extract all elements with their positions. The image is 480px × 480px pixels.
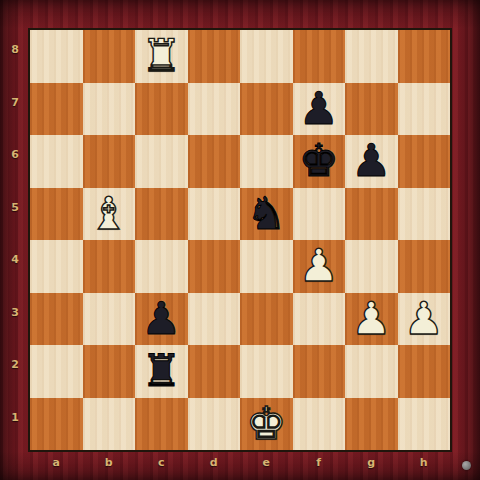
square-g3[interactable]: ♟: [345, 293, 398, 346]
square-d7[interactable]: [188, 83, 241, 136]
square-b3[interactable]: [83, 293, 136, 346]
square-a5[interactable]: [30, 188, 83, 241]
square-b8[interactable]: [83, 30, 136, 83]
rank-label-4: 4: [0, 253, 30, 266]
file-label-d: d: [188, 456, 241, 476]
square-h6[interactable]: [398, 135, 451, 188]
piece-black-knight[interactable]: ♞: [246, 188, 286, 241]
square-d3[interactable]: [188, 293, 241, 346]
square-c2[interactable]: ♜: [135, 345, 188, 398]
corner-marker-dot: [462, 461, 471, 470]
rank-label-8: 8: [0, 43, 30, 56]
square-b2[interactable]: [83, 345, 136, 398]
file-label-e: e: [240, 456, 293, 476]
square-f3[interactable]: [293, 293, 346, 346]
square-f8[interactable]: [293, 30, 346, 83]
square-b6[interactable]: [83, 135, 136, 188]
piece-white-pawn[interactable]: ♟: [404, 293, 444, 346]
file-label-h: h: [398, 456, 451, 476]
file-label-b: b: [83, 456, 136, 476]
piece-black-pawn[interactable]: ♟: [141, 293, 181, 346]
square-c5[interactable]: [135, 188, 188, 241]
square-b1[interactable]: [83, 398, 136, 451]
square-e6[interactable]: [240, 135, 293, 188]
square-f5[interactable]: [293, 188, 346, 241]
square-g5[interactable]: [345, 188, 398, 241]
file-label-c: c: [135, 456, 188, 476]
square-d4[interactable]: [188, 240, 241, 293]
square-e7[interactable]: [240, 83, 293, 136]
piece-white-pawn[interactable]: ♟: [299, 240, 339, 293]
square-a2[interactable]: [30, 345, 83, 398]
square-c3[interactable]: ♟: [135, 293, 188, 346]
square-h8[interactable]: [398, 30, 451, 83]
square-c4[interactable]: [135, 240, 188, 293]
square-g6[interactable]: ♟: [345, 135, 398, 188]
square-d2[interactable]: [188, 345, 241, 398]
square-c7[interactable]: [135, 83, 188, 136]
chess-board-frame: ♜♟♚♟♝♞♟♟♟♟♜♚ 87654321 abcdefgh: [0, 0, 480, 480]
square-a3[interactable]: [30, 293, 83, 346]
square-h5[interactable]: [398, 188, 451, 241]
square-f2[interactable]: [293, 345, 346, 398]
square-g4[interactable]: [345, 240, 398, 293]
square-e5[interactable]: ♞: [240, 188, 293, 241]
rank-label-5: 5: [0, 201, 30, 214]
square-a1[interactable]: [30, 398, 83, 451]
piece-white-pawn[interactable]: ♟: [351, 293, 391, 346]
square-h3[interactable]: ♟: [398, 293, 451, 346]
rank-label-2: 2: [0, 358, 30, 371]
rank-label-6: 6: [0, 148, 30, 161]
square-g7[interactable]: [345, 83, 398, 136]
square-e2[interactable]: [240, 345, 293, 398]
square-b7[interactable]: [83, 83, 136, 136]
chess-board: ♜♟♚♟♝♞♟♟♟♟♜♚: [30, 30, 450, 450]
square-a7[interactable]: [30, 83, 83, 136]
square-f6[interactable]: ♚: [293, 135, 346, 188]
square-g1[interactable]: [345, 398, 398, 451]
square-f1[interactable]: [293, 398, 346, 451]
piece-black-king[interactable]: ♚: [299, 135, 339, 188]
square-d8[interactable]: [188, 30, 241, 83]
square-f4[interactable]: ♟: [293, 240, 346, 293]
square-d1[interactable]: [188, 398, 241, 451]
square-a8[interactable]: [30, 30, 83, 83]
square-d6[interactable]: [188, 135, 241, 188]
rank-label-3: 3: [0, 306, 30, 319]
file-label-a: a: [30, 456, 83, 476]
square-e8[interactable]: [240, 30, 293, 83]
file-label-f: f: [293, 456, 346, 476]
piece-black-rook[interactable]: ♜: [141, 345, 181, 398]
square-c8[interactable]: ♜: [135, 30, 188, 83]
piece-black-pawn[interactable]: ♟: [299, 83, 339, 136]
piece-white-bishop[interactable]: ♝: [89, 188, 129, 241]
square-a6[interactable]: [30, 135, 83, 188]
piece-white-rook[interactable]: ♜: [141, 30, 181, 83]
square-d5[interactable]: [188, 188, 241, 241]
square-e3[interactable]: [240, 293, 293, 346]
square-c1[interactable]: [135, 398, 188, 451]
square-a4[interactable]: [30, 240, 83, 293]
rank-label-7: 7: [0, 96, 30, 109]
piece-white-king[interactable]: ♚: [246, 398, 286, 451]
square-f7[interactable]: ♟: [293, 83, 346, 136]
square-h2[interactable]: [398, 345, 451, 398]
square-b5[interactable]: ♝: [83, 188, 136, 241]
square-c6[interactable]: [135, 135, 188, 188]
square-b4[interactable]: [83, 240, 136, 293]
square-e4[interactable]: [240, 240, 293, 293]
piece-black-pawn[interactable]: ♟: [351, 135, 391, 188]
square-e1[interactable]: ♚: [240, 398, 293, 451]
square-g8[interactable]: [345, 30, 398, 83]
square-g2[interactable]: [345, 345, 398, 398]
file-label-g: g: [345, 456, 398, 476]
square-h7[interactable]: [398, 83, 451, 136]
rank-label-1: 1: [0, 411, 30, 424]
square-h1[interactable]: [398, 398, 451, 451]
square-h4[interactable]: [398, 240, 451, 293]
